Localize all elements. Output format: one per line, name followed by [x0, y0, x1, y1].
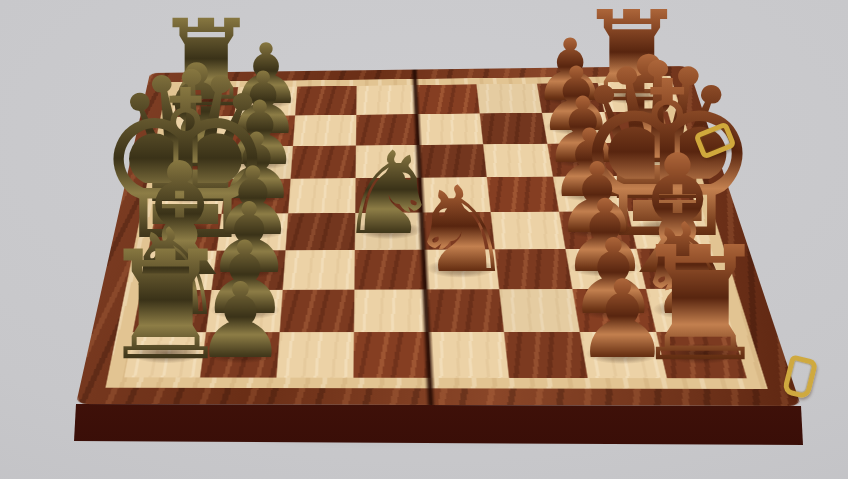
pieces-layer: ♜♝♛♚♝♞♜♞♟♟♟♟♟♟♟♟♜♝♛♚♝♞♜♞♟♟♟♟♟♟♟♟ [0, 0, 848, 479]
black-knight-f5: ♞ [408, 172, 515, 291]
chess-set-photo: ♜♝♛♚♝♞♜♞♟♟♟♟♟♟♟♟♜♝♛♚♝♞♜♞♟♟♟♟♟♟♟♟ [0, 0, 848, 479]
white-pawn-h2: ♟ [194, 269, 287, 373]
black-pawn-h7: ♟ [574, 266, 671, 374]
